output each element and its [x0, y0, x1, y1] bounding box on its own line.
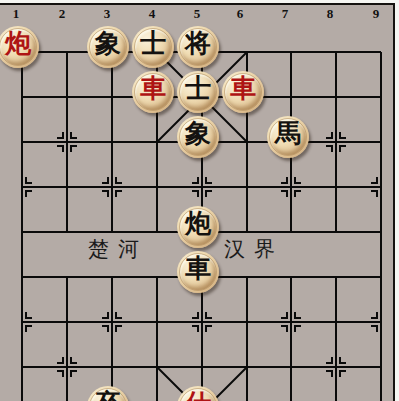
- piece-glyph: 士: [177, 71, 219, 113]
- piece-glyph: 士: [132, 26, 174, 68]
- piece-black-advisor[interactable]: 士: [177, 71, 219, 113]
- river-label-han-border: 汉界: [224, 235, 284, 263]
- piece-glyph: 車: [222, 71, 264, 113]
- piece-red-chariot[interactable]: 車: [132, 71, 174, 113]
- piece-glyph: 車: [177, 251, 219, 293]
- piece-red-cannon[interactable]: 炮: [0, 26, 39, 68]
- window-edge-right: [395, 0, 399, 401]
- xiangqi-board-window: 1 2 3 4 5 6 7 8 9 楚河 汉界 炮象士将車士車象馬炮車卒仕: [0, 0, 399, 401]
- piece-glyph: 炮: [177, 206, 219, 248]
- piece-glyph: 将: [177, 26, 219, 68]
- piece-red-chariot[interactable]: 車: [222, 71, 264, 113]
- piece-black-advisor[interactable]: 士: [132, 26, 174, 68]
- river-label-chu-river: 楚河: [88, 235, 148, 263]
- piece-glyph: 炮: [0, 26, 39, 68]
- piece-black-chariot[interactable]: 車: [177, 251, 219, 293]
- piece-glyph: 仕: [177, 386, 219, 401]
- board-border-right: [393, 3, 395, 401]
- piece-black-elephant[interactable]: 象: [177, 116, 219, 158]
- piece-glyph: 車: [132, 71, 174, 113]
- column-label-9: 9: [369, 7, 383, 21]
- piece-glyph: 卒: [87, 386, 129, 401]
- piece-glyph: 象: [177, 116, 219, 158]
- column-label-2: 2: [55, 7, 69, 21]
- column-label-6: 6: [233, 7, 247, 21]
- piece-black-soldier[interactable]: 卒: [87, 386, 129, 401]
- column-label-7: 7: [278, 7, 292, 21]
- piece-glyph: 馬: [267, 116, 309, 158]
- piece-black-general[interactable]: 将: [177, 26, 219, 68]
- column-label-8: 8: [323, 7, 337, 21]
- column-label-5: 5: [190, 7, 204, 21]
- piece-black-elephant[interactable]: 象: [87, 26, 129, 68]
- piece-black-cannon[interactable]: 炮: [177, 206, 219, 248]
- column-label-3: 3: [100, 7, 114, 21]
- board-border-top: [0, 3, 395, 5]
- piece-glyph: 象: [87, 26, 129, 68]
- piece-red-advisor[interactable]: 仕: [177, 386, 219, 401]
- piece-black-horse[interactable]: 馬: [267, 116, 309, 158]
- column-label-1: 1: [9, 7, 23, 21]
- column-label-4: 4: [145, 7, 159, 21]
